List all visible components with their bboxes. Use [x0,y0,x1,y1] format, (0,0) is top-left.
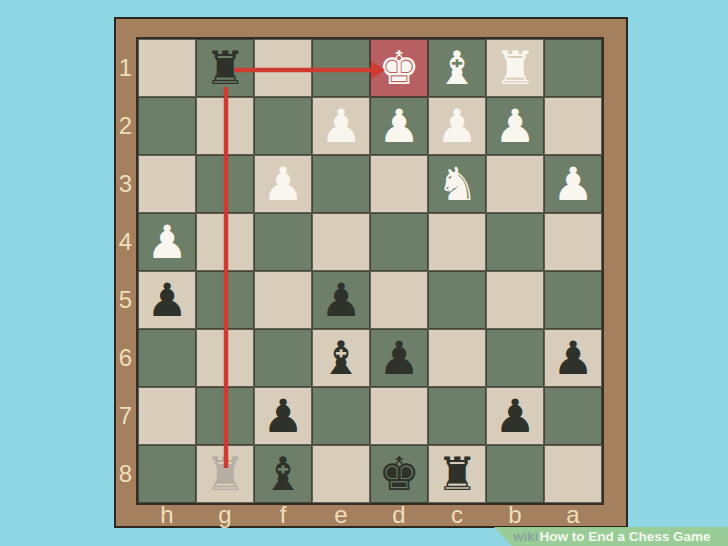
square-h5[interactable]: ♟ [138,271,196,329]
file-label-e: e [312,502,370,528]
file-label-h: h [138,502,196,528]
square-h8[interactable] [138,445,196,503]
watermark-prefix: wiki [513,527,539,546]
square-a8[interactable] [544,445,602,503]
black-bishop-e6[interactable]: ♝ [320,329,361,387]
square-g6[interactable] [196,329,254,387]
rank-label-1: 1 [114,39,137,97]
square-h7[interactable] [138,387,196,445]
black-pawn-f7[interactable]: ♟ [262,387,303,445]
square-a2[interactable] [544,97,602,155]
square-c8[interactable]: ♜ [428,445,486,503]
rank-label-3: 3 [114,155,137,213]
square-e6[interactable]: ♝ [312,329,370,387]
square-g4[interactable] [196,213,254,271]
black-king-d8[interactable]: ♚ [378,445,419,503]
square-g1[interactable]: ♜ [196,39,254,97]
rank-label-8: 8 [114,445,137,503]
white-pawn-b2[interactable]: ♟ [494,97,535,155]
square-d5[interactable] [370,271,428,329]
square-f4[interactable] [254,213,312,271]
file-labels: hgfedcba [138,502,602,528]
black-pawn-d6[interactable]: ♟ [378,329,419,387]
square-c6[interactable] [428,329,486,387]
square-f1[interactable] [254,39,312,97]
square-e8[interactable] [312,445,370,503]
white-bishop-c1[interactable]: ♝ [436,39,477,97]
square-e5[interactable]: ♟ [312,271,370,329]
square-h6[interactable] [138,329,196,387]
file-label-d: d [370,502,428,528]
square-b5[interactable] [486,271,544,329]
square-f5[interactable] [254,271,312,329]
white-pawn-a3[interactable]: ♟ [552,155,593,213]
square-a1[interactable] [544,39,602,97]
black-pawn-b7[interactable]: ♟ [494,387,535,445]
rank-label-4: 4 [114,213,137,271]
black-rook-g1[interactable]: ♜ [204,39,245,97]
square-a7[interactable] [544,387,602,445]
file-label-a: a [544,502,602,528]
square-e3[interactable] [312,155,370,213]
square-e7[interactable] [312,387,370,445]
square-b7[interactable]: ♟ [486,387,544,445]
square-f2[interactable] [254,97,312,155]
black-bishop-f8[interactable]: ♝ [262,445,303,503]
file-label-b: b [486,502,544,528]
square-e4[interactable] [312,213,370,271]
file-label-g: g [196,502,254,528]
square-b8[interactable] [486,445,544,503]
square-g2[interactable] [196,97,254,155]
square-d4[interactable] [370,213,428,271]
square-g3[interactable] [196,155,254,213]
white-pawn-c2[interactable]: ♟ [436,97,477,155]
square-d6[interactable]: ♟ [370,329,428,387]
square-f3[interactable]: ♟ [254,155,312,213]
white-knight-c3[interactable]: ♞ [436,155,477,213]
square-h2[interactable] [138,97,196,155]
square-h1[interactable] [138,39,196,97]
square-c5[interactable] [428,271,486,329]
square-e1[interactable] [312,39,370,97]
square-a5[interactable] [544,271,602,329]
square-b1[interactable]: ♜ [486,39,544,97]
white-rook-b1[interactable]: ♜ [494,39,535,97]
square-b4[interactable] [486,213,544,271]
white-pawn-d2[interactable]: ♟ [378,97,419,155]
rank-labels: 12345678 [114,39,137,503]
square-g8[interactable]: ♜ [196,445,254,503]
white-pawn-f3[interactable]: ♟ [262,155,303,213]
black-pawn-e5[interactable]: ♟ [320,271,361,329]
square-a6[interactable]: ♟ [544,329,602,387]
square-a4[interactable] [544,213,602,271]
square-c1[interactable]: ♝ [428,39,486,97]
chess-diagram-scene: 12345678 ♜♚♝♜♟♟♟♟♟♞♟♟♟♟♝♟♟♟♟♜♝♚♜ hgfedcb… [0,0,728,546]
square-c7[interactable] [428,387,486,445]
square-g5[interactable] [196,271,254,329]
square-g7[interactable] [196,387,254,445]
square-f8[interactable]: ♝ [254,445,312,503]
square-b2[interactable]: ♟ [486,97,544,155]
square-a3[interactable]: ♟ [544,155,602,213]
file-label-f: f [254,502,312,528]
white-pawn-e2[interactable]: ♟ [320,97,361,155]
square-d1[interactable]: ♚ [370,39,428,97]
board-grid[interactable]: ♜♚♝♜♟♟♟♟♟♞♟♟♟♟♝♟♟♟♟♜♝♚♜ [136,37,604,505]
ghost-rook-g8[interactable]: ♜ [204,445,245,503]
black-rook-c8[interactable]: ♜ [436,445,477,503]
black-pawn-a6[interactable]: ♟ [552,329,593,387]
rank-label-5: 5 [114,271,137,329]
square-e2[interactable]: ♟ [312,97,370,155]
black-pawn-h5[interactable]: ♟ [146,271,187,329]
white-king-d1[interactable]: ♚ [378,39,419,97]
rank-label-2: 2 [114,97,137,155]
rank-label-7: 7 [114,387,137,445]
white-pawn-h4[interactable]: ♟ [146,213,187,271]
square-b6[interactable] [486,329,544,387]
square-h3[interactable] [138,155,196,213]
square-d8[interactable]: ♚ [370,445,428,503]
square-f6[interactable] [254,329,312,387]
watermark-title: How to End a Chess Game [540,527,711,546]
square-h4[interactable]: ♟ [138,213,196,271]
square-d7[interactable] [370,387,428,445]
square-b3[interactable] [486,155,544,213]
rank-label-6: 6 [114,329,137,387]
square-d3[interactable] [370,155,428,213]
wikihow-watermark: wikiHow to End a Chess Game [494,527,728,546]
square-d2[interactable]: ♟ [370,97,428,155]
square-f7[interactable]: ♟ [254,387,312,445]
file-label-c: c [428,502,486,528]
square-c3[interactable]: ♞ [428,155,486,213]
square-c4[interactable] [428,213,486,271]
square-c2[interactable]: ♟ [428,97,486,155]
